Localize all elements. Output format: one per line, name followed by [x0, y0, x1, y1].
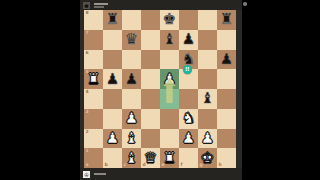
rank-label-4: 4 [86, 90, 89, 95]
square-f2[interactable]: ♟ [179, 129, 198, 149]
square-c3[interactable]: ♟ [122, 109, 141, 129]
square-a1[interactable]: 1a [84, 148, 103, 168]
square-a6[interactable]: 6 [84, 50, 103, 70]
white-player-name-placeholder [94, 173, 106, 175]
square-g3[interactable] [198, 109, 217, 129]
square-h4[interactable] [217, 89, 236, 109]
white-bishop[interactable]: ♝ [125, 130, 138, 145]
square-a5[interactable]: 5♜ [84, 69, 103, 89]
board-area: 8♜♚♜7♛♝♟6♞♟5♜♟♟♟4♝3♟♞2♟♝♟♟1abc♝d♛e♜fg♚h … [84, 10, 236, 168]
square-a4[interactable]: 4 [84, 89, 103, 109]
square-c2[interactable]: ♝ [122, 129, 141, 149]
square-g5[interactable] [198, 69, 217, 89]
square-h8[interactable]: ♜ [217, 10, 236, 30]
square-e8[interactable]: ♚ [160, 10, 179, 30]
square-c1[interactable]: c♝ [122, 148, 141, 168]
square-b3[interactable] [103, 109, 122, 129]
square-h2[interactable] [217, 129, 236, 149]
square-d7[interactable] [141, 30, 160, 50]
white-rook[interactable]: ♜ [87, 71, 100, 86]
white-rook[interactable]: ♜ [163, 150, 176, 165]
square-c6[interactable] [122, 50, 141, 70]
black-pawn[interactable]: ♟ [106, 71, 119, 86]
square-b4[interactable] [103, 89, 122, 109]
black-bishop[interactable]: ♝ [201, 91, 214, 106]
white-pawn[interactable]: ♟ [182, 130, 195, 145]
white-knight[interactable]: ♞ [182, 111, 195, 126]
square-e4[interactable] [160, 89, 179, 109]
square-d2[interactable] [141, 129, 160, 149]
black-player-name-placeholder [94, 3, 108, 8]
black-bishop[interactable]: ♝ [163, 32, 176, 47]
square-g6[interactable] [198, 50, 217, 70]
rank-label-3: 3 [86, 110, 89, 115]
square-f1[interactable]: f [179, 148, 198, 168]
name-line [94, 3, 108, 5]
square-a7[interactable]: 7 [84, 30, 103, 50]
rank-label-7: 7 [86, 31, 89, 36]
square-e6[interactable] [160, 50, 179, 70]
black-pawn[interactable]: ♟ [182, 32, 195, 47]
file-label-f: f [181, 163, 183, 168]
square-b6[interactable] [103, 50, 122, 70]
square-f4[interactable] [179, 89, 198, 109]
square-e3[interactable] [160, 109, 179, 129]
square-e2[interactable] [160, 129, 179, 149]
white-pawn[interactable]: ♟ [163, 71, 176, 86]
rank-label-1: 1 [86, 149, 89, 154]
black-rook[interactable]: ♜ [106, 12, 119, 27]
square-h7[interactable] [217, 30, 236, 50]
brilliant-move-badge: !! [183, 65, 192, 74]
square-f3[interactable]: ♞ [179, 109, 198, 129]
square-d3[interactable] [141, 109, 160, 129]
white-pawn[interactable]: ♟ [106, 130, 119, 145]
square-b8[interactable]: ♜ [103, 10, 122, 30]
player-bar-black: ♚ [80, 0, 242, 10]
square-b5[interactable]: ♟ [103, 69, 122, 89]
square-a8[interactable]: 8 [84, 10, 103, 30]
rank-label-6: 6 [86, 51, 89, 56]
square-f7[interactable]: ♟ [179, 30, 198, 50]
square-h1[interactable]: h [217, 148, 236, 168]
square-d5[interactable] [141, 69, 160, 89]
white-queen[interactable]: ♛ [144, 150, 157, 165]
black-player-icon: ♚ [83, 2, 90, 9]
rating-line [94, 6, 104, 8]
square-d1[interactable]: d♛ [141, 148, 160, 168]
square-a2[interactable]: 2 [84, 129, 103, 149]
square-c8[interactable] [122, 10, 141, 30]
square-e5[interactable]: ♟ [160, 69, 179, 89]
black-king[interactable]: ♚ [163, 12, 176, 27]
screen: ♚ 8♜♚♜7♛♝♟6♞♟5♜♟♟♟4♝3♟♞2♟♝♟♟1abc♝d♛e♜fg♚… [0, 0, 320, 180]
square-b1[interactable]: b [103, 148, 122, 168]
rank-label-8: 8 [86, 11, 89, 16]
square-d6[interactable] [141, 50, 160, 70]
white-pawn[interactable]: ♟ [125, 111, 138, 126]
square-d8[interactable] [141, 10, 160, 30]
square-a3[interactable]: 3 [84, 109, 103, 129]
black-pawn[interactable]: ♟ [220, 51, 233, 66]
chess-board[interactable]: 8♜♚♜7♛♝♟6♞♟5♜♟♟♟4♝3♟♞2♟♝♟♟1abc♝d♛e♜fg♚h [84, 10, 236, 168]
black-rook[interactable]: ♜ [220, 12, 233, 27]
file-label-a: a [86, 163, 89, 168]
square-g1[interactable]: g♚ [198, 148, 217, 168]
square-g7[interactable] [198, 30, 217, 50]
square-g8[interactable] [198, 10, 217, 30]
square-d4[interactable] [141, 89, 160, 109]
white-king[interactable]: ♚ [201, 150, 214, 165]
file-label-h: h [219, 163, 222, 168]
square-h5[interactable] [217, 69, 236, 89]
square-c7[interactable]: ♛ [122, 30, 141, 50]
corner-dot-icon [243, 2, 247, 6]
name-line [94, 173, 106, 175]
square-b7[interactable] [103, 30, 122, 50]
player-bar-white: ♔ [80, 168, 242, 180]
square-h3[interactable] [217, 109, 236, 129]
square-h6[interactable]: ♟ [217, 50, 236, 70]
black-pawn[interactable]: ♟ [125, 71, 138, 86]
square-g2[interactable]: ♟ [198, 129, 217, 149]
square-c5[interactable]: ♟ [122, 69, 141, 89]
file-label-b: b [105, 163, 108, 168]
square-c4[interactable] [122, 89, 141, 109]
square-e1[interactable]: e♜ [160, 148, 179, 168]
white-pawn[interactable]: ♟ [201, 130, 214, 145]
rank-label-2: 2 [86, 130, 89, 135]
square-b2[interactable]: ♟ [103, 129, 122, 149]
square-g4[interactable]: ♝ [198, 89, 217, 109]
square-e7[interactable]: ♝ [160, 30, 179, 50]
white-player-icon: ♔ [83, 171, 90, 178]
white-bishop[interactable]: ♝ [125, 150, 138, 165]
black-queen[interactable]: ♛ [125, 32, 138, 47]
square-f8[interactable] [179, 10, 198, 30]
